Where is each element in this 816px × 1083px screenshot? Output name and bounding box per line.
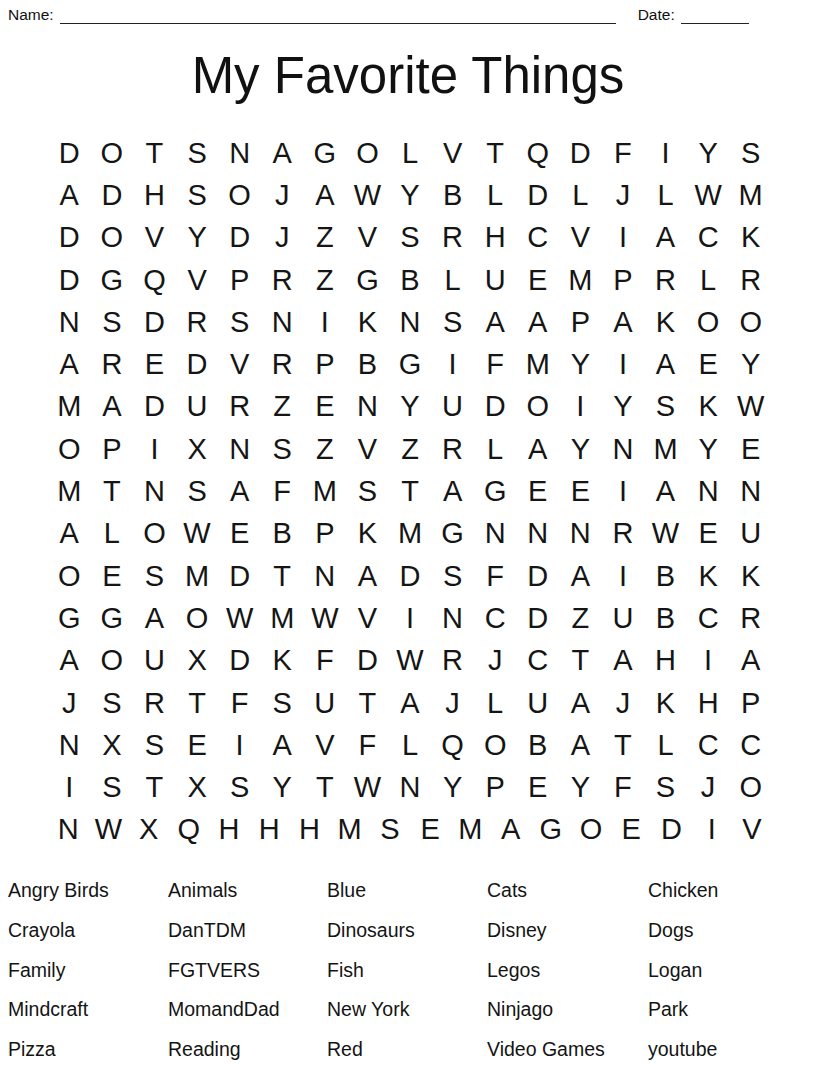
grid-cell-r4c14[interactable]: P — [602, 259, 645, 301]
grid-cell-r16c12[interactable]: E — [516, 766, 559, 808]
grid-cell-r4c11[interactable]: U — [474, 259, 517, 301]
grid-cell-r16c1[interactable]: I — [48, 766, 91, 808]
word-item[interactable]: Pizza — [8, 1030, 168, 1070]
grid-cell-r9c17[interactable]: N — [729, 470, 772, 512]
grid-cell-r2c3[interactable]: H — [133, 174, 176, 216]
grid-cell-r11c9[interactable]: D — [389, 555, 432, 597]
grid-cell-r16c17[interactable]: O — [729, 766, 772, 808]
grid-cell-r2c10[interactable]: B — [431, 174, 474, 216]
grid-cell-r15c1[interactable]: N — [48, 724, 91, 766]
grid-cell-r7c14[interactable]: Y — [602, 386, 645, 428]
grid-cell-r9c4[interactable]: S — [176, 470, 219, 512]
grid-cell-r9c2[interactable]: T — [91, 470, 134, 512]
grid-cell-r6c8[interactable]: B — [346, 343, 389, 385]
grid-cell-r14c1[interactable]: J — [48, 682, 91, 724]
grid-cell-r10c10[interactable]: G — [431, 513, 474, 555]
grid-cell-r1c10[interactable]: V — [431, 132, 474, 174]
grid-cell-r17c2[interactable]: W — [88, 809, 128, 851]
grid-cell-r5c16[interactable]: O — [687, 301, 730, 343]
grid-cell-r2c12[interactable]: D — [516, 174, 559, 216]
grid-cell-r13c6[interactable]: K — [261, 640, 304, 682]
grid-cell-r12c1[interactable]: G — [48, 597, 91, 639]
grid-cell-r1c13[interactable]: D — [559, 132, 602, 174]
grid-cell-r16c4[interactable]: X — [176, 766, 219, 808]
grid-cell-r17c17[interactable]: I — [692, 809, 732, 851]
grid-cell-r8c2[interactable]: P — [91, 428, 134, 470]
grid-cell-r17c11[interactable]: M — [450, 809, 490, 851]
grid-cell-r12c14[interactable]: U — [602, 597, 645, 639]
grid-cell-r11c14[interactable]: I — [602, 555, 645, 597]
grid-cell-r10c15[interactable]: W — [644, 513, 687, 555]
grid-cell-r14c7[interactable]: U — [304, 682, 347, 724]
grid-cell-r9c10[interactable]: A — [431, 470, 474, 512]
grid-cell-r16c8[interactable]: W — [346, 766, 389, 808]
grid-cell-r14c8[interactable]: T — [346, 682, 389, 724]
grid-cell-r7c1[interactable]: M — [48, 386, 91, 428]
grid-cell-r5c15[interactable]: K — [644, 301, 687, 343]
word-item[interactable]: FGTVERS — [168, 950, 327, 990]
grid-cell-r9c7[interactable]: M — [304, 470, 347, 512]
grid-cell-r4c15[interactable]: R — [644, 259, 687, 301]
grid-cell-r15c2[interactable]: X — [91, 724, 134, 766]
grid-cell-r8c13[interactable]: Y — [559, 428, 602, 470]
grid-cell-r11c13[interactable]: A — [559, 555, 602, 597]
grid-cell-r4c12[interactable]: E — [516, 259, 559, 301]
grid-cell-r6c14[interactable]: I — [602, 343, 645, 385]
grid-cell-r1c14[interactable]: F — [602, 132, 645, 174]
grid-cell-r13c9[interactable]: W — [389, 640, 432, 682]
grid-cell-r5c13[interactable]: P — [559, 301, 602, 343]
grid-cell-r11c15[interactable]: B — [644, 555, 687, 597]
grid-cell-r3c13[interactable]: V — [559, 217, 602, 259]
grid-cell-r5c5[interactable]: S — [218, 301, 261, 343]
grid-cell-r11c11[interactable]: F — [474, 555, 517, 597]
grid-cell-r8c12[interactable]: A — [516, 428, 559, 470]
grid-cell-r4c7[interactable]: Z — [304, 259, 347, 301]
grid-cell-r17c5[interactable]: H — [209, 809, 249, 851]
grid-cell-r13c4[interactable]: X — [176, 640, 219, 682]
grid-cell-r4c10[interactable]: L — [431, 259, 474, 301]
grid-cell-r15c13[interactable]: A — [559, 724, 602, 766]
grid-cell-r7c9[interactable]: Y — [389, 386, 432, 428]
grid-cell-r9c13[interactable]: E — [559, 470, 602, 512]
grid-cell-r16c5[interactable]: S — [218, 766, 261, 808]
grid-cell-r16c3[interactable]: T — [133, 766, 176, 808]
grid-cell-r15c5[interactable]: I — [218, 724, 261, 766]
grid-cell-r3c4[interactable]: Y — [176, 217, 219, 259]
grid-cell-r8c7[interactable]: Z — [304, 428, 347, 470]
grid-cell-r2c17[interactable]: M — [729, 174, 772, 216]
grid-cell-r15c11[interactable]: O — [474, 724, 517, 766]
grid-cell-r12c11[interactable]: C — [474, 597, 517, 639]
grid-cell-r5c1[interactable]: N — [48, 301, 91, 343]
grid-cell-r11c16[interactable]: K — [687, 555, 730, 597]
grid-cell-r6c11[interactable]: F — [474, 343, 517, 385]
grid-cell-r16c14[interactable]: F — [602, 766, 645, 808]
grid-cell-r3c16[interactable]: C — [687, 217, 730, 259]
grid-cell-r7c5[interactable]: R — [218, 386, 261, 428]
grid-cell-r9c14[interactable]: I — [602, 470, 645, 512]
grid-cell-r14c6[interactable]: S — [261, 682, 304, 724]
grid-cell-r10c3[interactable]: O — [133, 513, 176, 555]
grid-cell-r15c6[interactable]: A — [261, 724, 304, 766]
grid-cell-r12c6[interactable]: M — [261, 597, 304, 639]
word-item[interactable]: youtube — [648, 1030, 808, 1070]
grid-cell-r16c15[interactable]: S — [644, 766, 687, 808]
grid-cell-r1c12[interactable]: Q — [516, 132, 559, 174]
grid-cell-r17c18[interactable]: V — [732, 809, 772, 851]
grid-cell-r17c4[interactable]: Q — [169, 809, 209, 851]
grid-cell-r3c3[interactable]: V — [133, 217, 176, 259]
grid-cell-r17c9[interactable]: S — [370, 809, 410, 851]
grid-cell-r2c4[interactable]: S — [176, 174, 219, 216]
grid-cell-r7c2[interactable]: A — [91, 386, 134, 428]
grid-cell-r6c4[interactable]: D — [176, 343, 219, 385]
grid-cell-r3c7[interactable]: Z — [304, 217, 347, 259]
grid-cell-r2c11[interactable]: L — [474, 174, 517, 216]
grid-cell-r1c7[interactable]: G — [304, 132, 347, 174]
grid-cell-r4c17[interactable]: R — [729, 259, 772, 301]
grid-cell-r8c16[interactable]: Y — [687, 428, 730, 470]
grid-cell-r10c6[interactable]: B — [261, 513, 304, 555]
grid-cell-r3c11[interactable]: H — [474, 217, 517, 259]
grid-cell-r1c6[interactable]: A — [261, 132, 304, 174]
grid-cell-r1c16[interactable]: Y — [687, 132, 730, 174]
grid-cell-r4c13[interactable]: M — [559, 259, 602, 301]
grid-cell-r9c16[interactable]: N — [687, 470, 730, 512]
grid-cell-r9c8[interactable]: S — [346, 470, 389, 512]
grid-cell-r5c4[interactable]: R — [176, 301, 219, 343]
grid-cell-r7c11[interactable]: D — [474, 386, 517, 428]
grid-cell-r4c3[interactable]: Q — [133, 259, 176, 301]
grid-cell-r10c8[interactable]: K — [346, 513, 389, 555]
grid-cell-r3c12[interactable]: C — [516, 217, 559, 259]
grid-cell-r7c12[interactable]: O — [516, 386, 559, 428]
grid-cell-r14c14[interactable]: J — [602, 682, 645, 724]
grid-cell-r17c1[interactable]: N — [48, 809, 88, 851]
grid-cell-r12c15[interactable]: B — [644, 597, 687, 639]
grid-cell-r16c11[interactable]: P — [474, 766, 517, 808]
grid-cell-r1c4[interactable]: S — [176, 132, 219, 174]
word-item[interactable]: Fish — [327, 950, 487, 990]
grid-cell-r11c3[interactable]: S — [133, 555, 176, 597]
grid-cell-r10c9[interactable]: M — [389, 513, 432, 555]
grid-cell-r15c9[interactable]: L — [389, 724, 432, 766]
grid-cell-r7c3[interactable]: D — [133, 386, 176, 428]
word-item[interactable]: Disney — [487, 911, 648, 951]
grid-cell-r8c8[interactable]: V — [346, 428, 389, 470]
grid-cell-r2c14[interactable]: J — [602, 174, 645, 216]
grid-cell-r1c5[interactable]: N — [218, 132, 261, 174]
grid-cell-r13c7[interactable]: F — [304, 640, 347, 682]
grid-cell-r16c2[interactable]: S — [91, 766, 134, 808]
grid-cell-r12c8[interactable]: V — [346, 597, 389, 639]
grid-cell-r8c1[interactable]: O — [48, 428, 91, 470]
grid-cell-r8c6[interactable]: S — [261, 428, 304, 470]
grid-cell-r3c15[interactable]: A — [644, 217, 687, 259]
grid-cell-r8c15[interactable]: M — [644, 428, 687, 470]
grid-cell-r14c16[interactable]: H — [687, 682, 730, 724]
grid-cell-r8c5[interactable]: N — [218, 428, 261, 470]
grid-cell-r10c11[interactable]: N — [474, 513, 517, 555]
grid-cell-r3c8[interactable]: V — [346, 217, 389, 259]
grid-cell-r12c16[interactable]: C — [687, 597, 730, 639]
grid-cell-r3c6[interactable]: J — [261, 217, 304, 259]
grid-cell-r7c15[interactable]: S — [644, 386, 687, 428]
grid-cell-r1c3[interactable]: T — [133, 132, 176, 174]
grid-cell-r2c13[interactable]: L — [559, 174, 602, 216]
grid-cell-r16c9[interactable]: N — [389, 766, 432, 808]
word-item[interactable]: Red — [327, 1030, 487, 1070]
word-item[interactable]: Family — [8, 950, 168, 990]
grid-cell-r11c6[interactable]: T — [261, 555, 304, 597]
grid-cell-r17c12[interactable]: A — [490, 809, 530, 851]
grid-cell-r6c5[interactable]: V — [218, 343, 261, 385]
grid-cell-r9c12[interactable]: E — [516, 470, 559, 512]
grid-cell-r3c17[interactable]: K — [729, 217, 772, 259]
grid-cell-r7c6[interactable]: Z — [261, 386, 304, 428]
grid-cell-r7c16[interactable]: K — [687, 386, 730, 428]
grid-cell-r8c4[interactable]: X — [176, 428, 219, 470]
word-item[interactable]: Reading — [168, 1030, 327, 1070]
grid-cell-r14c4[interactable]: T — [176, 682, 219, 724]
grid-cell-r13c2[interactable]: O — [91, 640, 134, 682]
grid-cell-r17c13[interactable]: G — [531, 809, 571, 851]
grid-cell-r11c1[interactable]: O — [48, 555, 91, 597]
grid-cell-r11c2[interactable]: E — [91, 555, 134, 597]
grid-cell-r9c15[interactable]: A — [644, 470, 687, 512]
grid-cell-r14c13[interactable]: A — [559, 682, 602, 724]
grid-cell-r8c10[interactable]: R — [431, 428, 474, 470]
grid-cell-r6c17[interactable]: Y — [729, 343, 772, 385]
grid-cell-r4c6[interactable]: R — [261, 259, 304, 301]
grid-cell-r8c14[interactable]: N — [602, 428, 645, 470]
grid-cell-r15c10[interactable]: Q — [431, 724, 474, 766]
grid-cell-r5c2[interactable]: S — [91, 301, 134, 343]
word-item[interactable]: Chicken — [648, 871, 808, 911]
grid-cell-r2c15[interactable]: L — [644, 174, 687, 216]
grid-cell-r11c12[interactable]: D — [516, 555, 559, 597]
grid-cell-r17c16[interactable]: D — [651, 809, 691, 851]
grid-cell-r2c1[interactable]: A — [48, 174, 91, 216]
grid-cell-r8c11[interactable]: L — [474, 428, 517, 470]
grid-cell-r17c3[interactable]: X — [128, 809, 168, 851]
grid-cell-r4c2[interactable]: G — [91, 259, 134, 301]
grid-cell-r6c15[interactable]: A — [644, 343, 687, 385]
grid-cell-r13c8[interactable]: D — [346, 640, 389, 682]
grid-cell-r12c10[interactable]: N — [431, 597, 474, 639]
grid-cell-r3c14[interactable]: I — [602, 217, 645, 259]
grid-cell-r11c17[interactable]: K — [729, 555, 772, 597]
grid-cell-r6c7[interactable]: P — [304, 343, 347, 385]
word-item[interactable]: DanTDM — [168, 911, 327, 951]
grid-cell-r5c7[interactable]: I — [304, 301, 347, 343]
grid-cell-r10c16[interactable]: E — [687, 513, 730, 555]
grid-cell-r15c12[interactable]: B — [516, 724, 559, 766]
grid-cell-r10c4[interactable]: W — [176, 513, 219, 555]
word-item[interactable]: Park — [648, 990, 808, 1030]
grid-cell-r13c11[interactable]: J — [474, 640, 517, 682]
grid-cell-r17c7[interactable]: H — [289, 809, 329, 851]
grid-cell-r13c14[interactable]: A — [602, 640, 645, 682]
grid-cell-r14c17[interactable]: P — [729, 682, 772, 724]
word-item[interactable]: Video Games — [487, 1030, 648, 1070]
grid-cell-r17c8[interactable]: M — [330, 809, 370, 851]
grid-cell-r14c5[interactable]: F — [218, 682, 261, 724]
grid-cell-r14c9[interactable]: A — [389, 682, 432, 724]
grid-cell-r1c2[interactable]: O — [91, 132, 134, 174]
grid-cell-r16c13[interactable]: Y — [559, 766, 602, 808]
grid-cell-r4c9[interactable]: B — [389, 259, 432, 301]
grid-cell-r15c7[interactable]: V — [304, 724, 347, 766]
grid-cell-r1c1[interactable]: D — [48, 132, 91, 174]
grid-cell-r5c3[interactable]: D — [133, 301, 176, 343]
grid-cell-r6c9[interactable]: G — [389, 343, 432, 385]
grid-cell-r4c5[interactable]: P — [218, 259, 261, 301]
word-item[interactable]: Cats — [487, 871, 648, 911]
word-item[interactable]: MomandDad — [168, 990, 327, 1030]
grid-cell-r5c11[interactable]: A — [474, 301, 517, 343]
grid-cell-r13c15[interactable]: H — [644, 640, 687, 682]
word-item[interactable]: New York — [327, 990, 487, 1030]
grid-cell-r14c12[interactable]: U — [516, 682, 559, 724]
grid-cell-r2c5[interactable]: O — [218, 174, 261, 216]
grid-cell-r2c2[interactable]: D — [91, 174, 134, 216]
grid-cell-r12c2[interactable]: G — [91, 597, 134, 639]
grid-cell-r9c9[interactable]: T — [389, 470, 432, 512]
grid-cell-r16c10[interactable]: Y — [431, 766, 474, 808]
grid-cell-r7c10[interactable]: U — [431, 386, 474, 428]
grid-cell-r9c6[interactable]: F — [261, 470, 304, 512]
grid-cell-r15c3[interactable]: S — [133, 724, 176, 766]
grid-cell-r5c14[interactable]: A — [602, 301, 645, 343]
grid-cell-r14c10[interactable]: J — [431, 682, 474, 724]
grid-cell-r13c12[interactable]: C — [516, 640, 559, 682]
grid-cell-r12c7[interactable]: W — [304, 597, 347, 639]
grid-cell-r17c15[interactable]: E — [611, 809, 651, 851]
grid-cell-r15c15[interactable]: L — [644, 724, 687, 766]
word-item[interactable]: Dinosaurs — [327, 911, 487, 951]
grid-cell-r4c4[interactable]: V — [176, 259, 219, 301]
grid-cell-r11c8[interactable]: A — [346, 555, 389, 597]
grid-cell-r5c9[interactable]: N — [389, 301, 432, 343]
grid-cell-r11c5[interactable]: D — [218, 555, 261, 597]
grid-cell-r17c14[interactable]: O — [571, 809, 611, 851]
grid-cell-r10c2[interactable]: L — [91, 513, 134, 555]
grid-cell-r5c8[interactable]: K — [346, 301, 389, 343]
grid-cell-r7c8[interactable]: N — [346, 386, 389, 428]
grid-cell-r5c12[interactable]: A — [516, 301, 559, 343]
grid-cell-r4c16[interactable]: L — [687, 259, 730, 301]
word-item[interactable]: Blue — [327, 871, 487, 911]
word-item[interactable]: Legos — [487, 950, 648, 990]
grid-cell-r2c7[interactable]: A — [304, 174, 347, 216]
word-item[interactable]: Ninjago — [487, 990, 648, 1030]
grid-cell-r9c5[interactable]: A — [218, 470, 261, 512]
word-item[interactable]: Dogs — [648, 911, 808, 951]
grid-cell-r10c1[interactable]: A — [48, 513, 91, 555]
grid-cell-r11c10[interactable]: S — [431, 555, 474, 597]
word-item[interactable]: Logan — [648, 950, 808, 990]
grid-cell-r15c8[interactable]: F — [346, 724, 389, 766]
grid-cell-r14c3[interactable]: R — [133, 682, 176, 724]
grid-cell-r2c8[interactable]: W — [346, 174, 389, 216]
grid-cell-r3c9[interactable]: S — [389, 217, 432, 259]
grid-cell-r6c16[interactable]: E — [687, 343, 730, 385]
grid-cell-r16c16[interactable]: J — [687, 766, 730, 808]
grid-cell-r9c3[interactable]: N — [133, 470, 176, 512]
grid-cell-r14c11[interactable]: L — [474, 682, 517, 724]
grid-cell-r11c7[interactable]: N — [304, 555, 347, 597]
grid-cell-r3c1[interactable]: D — [48, 217, 91, 259]
grid-cell-r3c5[interactable]: D — [218, 217, 261, 259]
word-item[interactable]: Angry Birds — [8, 871, 168, 911]
grid-cell-r13c17[interactable]: A — [729, 640, 772, 682]
grid-cell-r1c15[interactable]: I — [644, 132, 687, 174]
grid-cell-r6c6[interactable]: R — [261, 343, 304, 385]
grid-cell-r4c8[interactable]: G — [346, 259, 389, 301]
grid-cell-r16c7[interactable]: T — [304, 766, 347, 808]
word-item[interactable]: Crayola — [8, 911, 168, 951]
grid-cell-r10c12[interactable]: N — [516, 513, 559, 555]
grid-cell-r6c1[interactable]: A — [48, 343, 91, 385]
word-item[interactable]: Animals — [168, 871, 327, 911]
grid-cell-r12c5[interactable]: W — [218, 597, 261, 639]
grid-cell-r13c5[interactable]: D — [218, 640, 261, 682]
grid-cell-r15c16[interactable]: C — [687, 724, 730, 766]
grid-cell-r2c16[interactable]: W — [687, 174, 730, 216]
grid-cell-r5c17[interactable]: O — [729, 301, 772, 343]
grid-cell-r12c12[interactable]: D — [516, 597, 559, 639]
grid-cell-r6c10[interactable]: I — [431, 343, 474, 385]
grid-cell-r10c13[interactable]: N — [559, 513, 602, 555]
grid-cell-r15c14[interactable]: T — [602, 724, 645, 766]
grid-cell-r8c17[interactable]: E — [729, 428, 772, 470]
grid-cell-r6c13[interactable]: Y — [559, 343, 602, 385]
grid-cell-r12c9[interactable]: I — [389, 597, 432, 639]
grid-cell-r1c9[interactable]: L — [389, 132, 432, 174]
grid-cell-r6c12[interactable]: M — [516, 343, 559, 385]
grid-cell-r9c1[interactable]: M — [48, 470, 91, 512]
grid-cell-r6c2[interactable]: R — [91, 343, 134, 385]
grid-cell-r17c6[interactable]: H — [249, 809, 289, 851]
grid-cell-r14c15[interactable]: K — [644, 682, 687, 724]
grid-cell-r15c4[interactable]: E — [176, 724, 219, 766]
grid-cell-r13c3[interactable]: U — [133, 640, 176, 682]
grid-cell-r12c4[interactable]: O — [176, 597, 219, 639]
grid-cell-r3c10[interactable]: R — [431, 217, 474, 259]
grid-cell-r1c8[interactable]: O — [346, 132, 389, 174]
grid-cell-r5c6[interactable]: N — [261, 301, 304, 343]
grid-cell-r6c3[interactable]: E — [133, 343, 176, 385]
grid-cell-r13c1[interactable]: A — [48, 640, 91, 682]
grid-cell-r11c4[interactable]: M — [176, 555, 219, 597]
grid-cell-r13c13[interactable]: T — [559, 640, 602, 682]
grid-cell-r7c7[interactable]: E — [304, 386, 347, 428]
grid-cell-r8c9[interactable]: Z — [389, 428, 432, 470]
grid-cell-r1c11[interactable]: T — [474, 132, 517, 174]
grid-cell-r10c14[interactable]: R — [602, 513, 645, 555]
grid-cell-r7c4[interactable]: U — [176, 386, 219, 428]
grid-cell-r8c3[interactable]: I — [133, 428, 176, 470]
grid-cell-r12c17[interactable]: R — [729, 597, 772, 639]
grid-cell-r15c17[interactable]: C — [729, 724, 772, 766]
word-item[interactable]: Mindcraft — [8, 990, 168, 1030]
grid-cell-r17c10[interactable]: E — [410, 809, 450, 851]
grid-cell-r13c16[interactable]: I — [687, 640, 730, 682]
grid-cell-r5c10[interactable]: S — [431, 301, 474, 343]
grid-cell-r14c2[interactable]: S — [91, 682, 134, 724]
